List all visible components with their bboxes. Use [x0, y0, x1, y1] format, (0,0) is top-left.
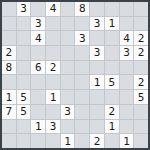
- board-cell[interactable]: [105, 2, 119, 16]
- board-cell[interactable]: [134, 61, 148, 75]
- board-cell[interactable]: [2, 75, 16, 89]
- board-cell[interactable]: [75, 134, 89, 148]
- board-cell[interactable]: [61, 17, 75, 31]
- board-cell[interactable]: [2, 134, 16, 148]
- board-cell[interactable]: [90, 2, 104, 16]
- board-cell[interactable]: [2, 17, 16, 31]
- board-cell[interactable]: [120, 61, 134, 75]
- clue-cell: 5: [134, 90, 148, 104]
- board-cell[interactable]: [46, 75, 60, 89]
- board-cell[interactable]: [17, 134, 31, 148]
- board-cell[interactable]: [31, 90, 45, 104]
- board-cell[interactable]: [134, 17, 148, 31]
- clue-cell: 5: [17, 105, 31, 119]
- board-cell[interactable]: [105, 90, 119, 104]
- board-cell[interactable]: [75, 46, 89, 60]
- board-cell[interactable]: [31, 134, 45, 148]
- clue-cell: 4: [120, 31, 134, 45]
- clue-cell: 1: [120, 134, 134, 148]
- board-cell[interactable]: [17, 31, 31, 45]
- board-cell[interactable]: [90, 31, 104, 45]
- board-cell[interactable]: [31, 2, 45, 16]
- board-cell[interactable]: [75, 120, 89, 134]
- board-cell[interactable]: [46, 46, 60, 60]
- board-cell[interactable]: [120, 75, 134, 89]
- board-cell[interactable]: [90, 61, 104, 75]
- clue-cell: 2: [134, 46, 148, 60]
- board-cell[interactable]: [105, 46, 119, 60]
- board-cell[interactable]: [2, 2, 16, 16]
- clue-cell: 3: [90, 46, 104, 60]
- clue-cell: 3: [61, 105, 75, 119]
- board-cell[interactable]: [75, 90, 89, 104]
- clue-cell: 2: [46, 61, 60, 75]
- board-cell[interactable]: [120, 90, 134, 104]
- board-cell[interactable]: [46, 105, 60, 119]
- clue-cell: 1: [61, 134, 75, 148]
- nurikabe-board: 3483314342233286215215157532131121: [0, 0, 150, 150]
- board-cell[interactable]: [75, 105, 89, 119]
- board-cell[interactable]: [120, 105, 134, 119]
- clue-cell: 1: [90, 75, 104, 89]
- board-cell[interactable]: [61, 90, 75, 104]
- board-cell[interactable]: [46, 31, 60, 45]
- board-cell[interactable]: [61, 120, 75, 134]
- clue-cell: 2: [90, 134, 104, 148]
- board-cell[interactable]: [17, 61, 31, 75]
- board-cell[interactable]: [120, 17, 134, 31]
- board-cell[interactable]: [17, 120, 31, 134]
- clue-cell: 6: [31, 61, 45, 75]
- board-cell[interactable]: [31, 105, 45, 119]
- board-cell[interactable]: [90, 90, 104, 104]
- board-cell[interactable]: [75, 75, 89, 89]
- board-cell[interactable]: [75, 61, 89, 75]
- board-cell[interactable]: [120, 120, 134, 134]
- clue-cell: 3: [17, 2, 31, 16]
- clue-cell: 7: [2, 105, 16, 119]
- board-cell[interactable]: [2, 31, 16, 45]
- board-cell[interactable]: [31, 46, 45, 60]
- clue-cell: 1: [105, 17, 119, 31]
- board-cell[interactable]: [120, 2, 134, 16]
- board-cell[interactable]: [75, 17, 89, 31]
- board-cell[interactable]: [134, 134, 148, 148]
- board-cell[interactable]: [46, 134, 60, 148]
- board-cell[interactable]: [105, 134, 119, 148]
- board-cell[interactable]: [17, 75, 31, 89]
- clue-cell: 1: [2, 90, 16, 104]
- board-cell[interactable]: [61, 31, 75, 45]
- clue-cell: 4: [46, 2, 60, 16]
- board-cell[interactable]: [134, 120, 148, 134]
- clue-cell: 4: [31, 31, 45, 45]
- board-cell[interactable]: [2, 120, 16, 134]
- clue-cell: 2: [134, 75, 148, 89]
- board-cell[interactable]: [105, 31, 119, 45]
- board-cell[interactable]: [61, 75, 75, 89]
- clue-cell: 5: [17, 90, 31, 104]
- clue-cell: 3: [46, 120, 60, 134]
- clue-cell: 1: [105, 120, 119, 134]
- board-cell[interactable]: [31, 75, 45, 89]
- board-cell[interactable]: [61, 61, 75, 75]
- board-cell[interactable]: [17, 46, 31, 60]
- board-cell[interactable]: [90, 105, 104, 119]
- board-cell[interactable]: [134, 2, 148, 16]
- clue-cell: 3: [120, 46, 134, 60]
- board-cell[interactable]: [90, 120, 104, 134]
- board-cell[interactable]: [134, 105, 148, 119]
- clue-cell: 3: [31, 17, 45, 31]
- clue-cell: 3: [90, 17, 104, 31]
- board-cell[interactable]: [61, 2, 75, 16]
- clue-cell: 1: [46, 90, 60, 104]
- clue-cell: 8: [2, 61, 16, 75]
- clue-cell: 2: [134, 31, 148, 45]
- clue-cell: 8: [75, 2, 89, 16]
- clue-cell: 3: [75, 31, 89, 45]
- board-cell[interactable]: [46, 17, 60, 31]
- board-cell[interactable]: [61, 46, 75, 60]
- clue-cell: 2: [105, 105, 119, 119]
- clue-cell: 1: [31, 120, 45, 134]
- clue-cell: 2: [2, 46, 16, 60]
- board-cell[interactable]: [105, 61, 119, 75]
- board-cell[interactable]: [17, 17, 31, 31]
- clue-cell: 5: [105, 75, 119, 89]
